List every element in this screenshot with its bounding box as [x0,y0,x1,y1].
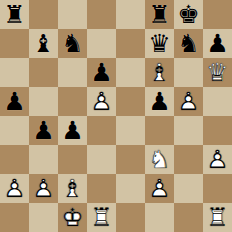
piece-outline-glyph: ♙ [29,174,58,203]
square-f7[interactable]: ♛ [145,29,174,58]
square-a7[interactable] [0,29,29,58]
square-f1[interactable] [145,203,174,232]
piece-fill-glyph: ♟ [87,58,116,87]
square-f2[interactable]: ♟♙ [145,174,174,203]
piece-white-knight[interactable]: ♞♘ [145,145,174,174]
piece-black-bishop[interactable]: ♝ [29,29,58,58]
square-h6[interactable]: ♛♕ [203,58,232,87]
piece-white-king[interactable]: ♚♔ [58,203,87,232]
piece-black-pawn[interactable]: ♟ [87,58,116,87]
square-c5[interactable] [58,87,87,116]
piece-black-queen[interactable]: ♛ [145,29,174,58]
piece-black-king[interactable]: ♚ [174,0,203,29]
piece-white-bishop[interactable]: ♝♗ [58,174,87,203]
square-e4[interactable] [116,116,145,145]
square-c3[interactable] [58,145,87,174]
square-a2[interactable]: ♟♙ [0,174,29,203]
piece-fill-glyph: ♜ [145,0,174,29]
square-f5[interactable]: ♟ [145,87,174,116]
square-e8[interactable] [116,0,145,29]
piece-black-knight[interactable]: ♞ [58,29,87,58]
square-a1[interactable] [0,203,29,232]
piece-outline-glyph: ♗ [145,58,174,87]
square-h5[interactable] [203,87,232,116]
piece-white-pawn[interactable]: ♟♙ [29,174,58,203]
square-a3[interactable] [0,145,29,174]
piece-fill-glyph: ♛ [145,29,174,58]
square-f8[interactable]: ♜ [145,0,174,29]
square-c6[interactable] [58,58,87,87]
piece-black-rook[interactable]: ♜ [145,0,174,29]
piece-fill-glyph: ♟ [203,29,232,58]
piece-outline-glyph: ♘ [145,145,174,174]
square-h7[interactable]: ♟ [203,29,232,58]
piece-black-pawn[interactable]: ♟ [203,29,232,58]
piece-outline-glyph: ♙ [203,145,232,174]
square-a8[interactable]: ♜ [0,0,29,29]
piece-white-pawn[interactable]: ♟♙ [145,174,174,203]
square-b3[interactable] [29,145,58,174]
square-g4[interactable] [174,116,203,145]
square-g5[interactable]: ♟♙ [174,87,203,116]
square-d8[interactable] [87,0,116,29]
square-h3[interactable]: ♟♙ [203,145,232,174]
piece-white-pawn[interactable]: ♟♙ [0,174,29,203]
square-f3[interactable]: ♞♘ [145,145,174,174]
square-d3[interactable] [87,145,116,174]
piece-fill-glyph: ♟ [29,116,58,145]
piece-white-bishop[interactable]: ♝♗ [145,58,174,87]
piece-black-knight[interactable]: ♞ [174,29,203,58]
square-b2[interactable]: ♟♙ [29,174,58,203]
square-e7[interactable] [116,29,145,58]
square-c8[interactable] [58,0,87,29]
square-b8[interactable] [29,0,58,29]
square-a5[interactable]: ♟ [0,87,29,116]
square-h4[interactable] [203,116,232,145]
piece-fill-glyph: ♟ [0,87,29,116]
piece-outline-glyph: ♖ [87,203,116,232]
piece-fill-glyph: ♜ [0,0,29,29]
chess-board: ♜♜♚♝♞♛♞♟♟♝♗♛♕♟♟♙♟♟♙♟♟♞♘♟♙♟♙♟♙♝♗♟♙♚♔♜♖♜♖ [0,0,232,232]
square-b5[interactable] [29,87,58,116]
piece-outline-glyph: ♗ [58,174,87,203]
square-f6[interactable]: ♝♗ [145,58,174,87]
piece-black-rook[interactable]: ♜ [0,0,29,29]
square-e3[interactable] [116,145,145,174]
piece-fill-glyph: ♟ [58,116,87,145]
square-e1[interactable] [116,203,145,232]
square-g6[interactable] [174,58,203,87]
piece-white-pawn[interactable]: ♟♙ [203,145,232,174]
piece-fill-glyph: ♞ [58,29,87,58]
piece-white-queen[interactable]: ♛♕ [203,58,232,87]
square-h1[interactable]: ♜♖ [203,203,232,232]
piece-black-pawn[interactable]: ♟ [29,116,58,145]
piece-white-rook[interactable]: ♜♖ [87,203,116,232]
square-e5[interactable] [116,87,145,116]
piece-outline-glyph: ♕ [203,58,232,87]
square-d4[interactable] [87,116,116,145]
square-b7[interactable]: ♝ [29,29,58,58]
square-h8[interactable] [203,0,232,29]
piece-outline-glyph: ♔ [58,203,87,232]
piece-fill-glyph: ♟ [145,87,174,116]
square-a6[interactable] [0,58,29,87]
square-d6[interactable]: ♟ [87,58,116,87]
piece-black-pawn[interactable]: ♟ [0,87,29,116]
piece-outline-glyph: ♙ [0,174,29,203]
square-e6[interactable] [116,58,145,87]
piece-black-pawn[interactable]: ♟ [145,87,174,116]
piece-white-pawn[interactable]: ♟♙ [87,87,116,116]
square-d5[interactable]: ♟♙ [87,87,116,116]
piece-outline-glyph: ♖ [203,203,232,232]
square-b6[interactable] [29,58,58,87]
piece-white-rook[interactable]: ♜♖ [203,203,232,232]
piece-black-pawn[interactable]: ♟ [58,116,87,145]
square-a4[interactable] [0,116,29,145]
piece-outline-glyph: ♙ [145,174,174,203]
square-c2[interactable]: ♝♗ [58,174,87,203]
piece-outline-glyph: ♙ [174,87,203,116]
square-c7[interactable]: ♞ [58,29,87,58]
piece-fill-glyph: ♚ [174,0,203,29]
square-d7[interactable] [87,29,116,58]
square-g1[interactable] [174,203,203,232]
square-d2[interactable] [87,174,116,203]
square-f4[interactable] [145,116,174,145]
square-c1[interactable]: ♚♔ [58,203,87,232]
square-g3[interactable] [174,145,203,174]
square-g2[interactable] [174,174,203,203]
square-g7[interactable]: ♞ [174,29,203,58]
square-c4[interactable]: ♟ [58,116,87,145]
square-d1[interactable]: ♜♖ [87,203,116,232]
square-b1[interactable] [29,203,58,232]
piece-fill-glyph: ♞ [174,29,203,58]
square-g8[interactable]: ♚ [174,0,203,29]
piece-fill-glyph: ♝ [29,29,58,58]
square-h2[interactable] [203,174,232,203]
square-e2[interactable] [116,174,145,203]
piece-white-pawn[interactable]: ♟♙ [174,87,203,116]
square-b4[interactable]: ♟ [29,116,58,145]
piece-outline-glyph: ♙ [87,87,116,116]
